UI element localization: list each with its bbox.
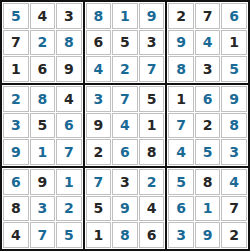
cell-r9c2[interactable]: 7	[30, 222, 56, 248]
cell-r5c3[interactable]: 6	[56, 113, 82, 139]
box-8: 732594186	[85, 168, 166, 249]
cell-r1c3[interactable]: 3	[56, 3, 82, 29]
cell-r4c3[interactable]: 4	[56, 86, 82, 112]
cell-r2c4[interactable]: 6	[86, 30, 112, 56]
cell-r1c9[interactable]: 6	[221, 3, 247, 29]
cell-r5c5[interactable]: 4	[112, 113, 138, 139]
cell-r2c1[interactable]: 7	[3, 30, 29, 56]
cell-r8c4[interactable]: 5	[86, 196, 112, 222]
box-7: 691832475	[2, 168, 83, 249]
cell-r6c7[interactable]: 4	[168, 139, 194, 165]
cell-r8c3[interactable]: 2	[56, 196, 82, 222]
cell-r1c1[interactable]: 5	[3, 3, 29, 29]
cell-r3c8[interactable]: 3	[195, 56, 221, 82]
cell-r6c9[interactable]: 3	[221, 139, 247, 165]
cell-r6c2[interactable]: 1	[30, 139, 56, 165]
cell-r9c6[interactable]: 6	[139, 222, 165, 248]
cell-r3c2[interactable]: 6	[30, 56, 56, 82]
cell-r5c6[interactable]: 1	[139, 113, 165, 139]
cell-r8c7[interactable]: 6	[168, 196, 194, 222]
cell-r3c6[interactable]: 7	[139, 56, 165, 82]
cell-r2c8[interactable]: 4	[195, 30, 221, 56]
cell-r4c7[interactable]: 1	[168, 86, 194, 112]
sudoku-board: 5437281698196534272769418352843569173759…	[0, 0, 250, 251]
cell-r9c3[interactable]: 5	[56, 222, 82, 248]
cell-r9c4[interactable]: 1	[86, 222, 112, 248]
cell-r2c3[interactable]: 8	[56, 30, 82, 56]
cell-r3c3[interactable]: 9	[56, 56, 82, 82]
box-6: 169728453	[167, 85, 248, 166]
box-9: 584617392	[167, 168, 248, 249]
cell-r1c2[interactable]: 4	[30, 3, 56, 29]
cell-r1c4[interactable]: 8	[86, 3, 112, 29]
cell-r6c1[interactable]: 9	[3, 139, 29, 165]
cell-r4c6[interactable]: 5	[139, 86, 165, 112]
cell-r9c5[interactable]: 8	[112, 222, 138, 248]
cell-r1c5[interactable]: 1	[112, 3, 138, 29]
cell-r7c8[interactable]: 8	[195, 169, 221, 195]
cell-r6c5[interactable]: 6	[112, 139, 138, 165]
cell-r7c3[interactable]: 1	[56, 169, 82, 195]
cell-r7c6[interactable]: 2	[139, 169, 165, 195]
cell-r9c9[interactable]: 2	[221, 222, 247, 248]
cell-r7c7[interactable]: 5	[168, 169, 194, 195]
cell-r6c8[interactable]: 5	[195, 139, 221, 165]
cell-r7c1[interactable]: 6	[3, 169, 29, 195]
cell-r2c9[interactable]: 1	[221, 30, 247, 56]
cell-r4c2[interactable]: 8	[30, 86, 56, 112]
box-4: 284356917	[2, 85, 83, 166]
cell-r3c9[interactable]: 5	[221, 56, 247, 82]
cell-r5c8[interactable]: 2	[195, 113, 221, 139]
cell-r5c7[interactable]: 7	[168, 113, 194, 139]
box-1: 543728169	[2, 2, 83, 83]
cell-r9c1[interactable]: 4	[3, 222, 29, 248]
cell-r7c5[interactable]: 3	[112, 169, 138, 195]
cell-r3c5[interactable]: 2	[112, 56, 138, 82]
cell-r4c8[interactable]: 6	[195, 86, 221, 112]
cell-r8c2[interactable]: 3	[30, 196, 56, 222]
cell-r2c6[interactable]: 3	[139, 30, 165, 56]
cell-r7c4[interactable]: 7	[86, 169, 112, 195]
box-2: 819653427	[85, 2, 166, 83]
cell-r6c4[interactable]: 2	[86, 139, 112, 165]
cell-r8c9[interactable]: 7	[221, 196, 247, 222]
cell-r4c4[interactable]: 3	[86, 86, 112, 112]
cell-r8c8[interactable]: 1	[195, 196, 221, 222]
cell-r6c6[interactable]: 8	[139, 139, 165, 165]
cell-r9c7[interactable]: 3	[168, 222, 194, 248]
cell-r5c1[interactable]: 3	[3, 113, 29, 139]
cell-r4c5[interactable]: 7	[112, 86, 138, 112]
cell-r5c2[interactable]: 5	[30, 113, 56, 139]
cell-r2c7[interactable]: 9	[168, 30, 194, 56]
cell-r2c5[interactable]: 5	[112, 30, 138, 56]
cell-r4c1[interactable]: 2	[3, 86, 29, 112]
cell-r3c1[interactable]: 1	[3, 56, 29, 82]
cell-r8c6[interactable]: 4	[139, 196, 165, 222]
cell-r1c6[interactable]: 9	[139, 3, 165, 29]
cell-r7c9[interactable]: 4	[221, 169, 247, 195]
cell-r5c4[interactable]: 9	[86, 113, 112, 139]
cell-r6c3[interactable]: 7	[56, 139, 82, 165]
cell-r2c2[interactable]: 2	[30, 30, 56, 56]
cell-r3c7[interactable]: 8	[168, 56, 194, 82]
cell-r9c8[interactable]: 9	[195, 222, 221, 248]
cell-r1c7[interactable]: 2	[168, 3, 194, 29]
cell-r1c8[interactable]: 7	[195, 3, 221, 29]
box-3: 276941835	[167, 2, 248, 83]
cell-r8c1[interactable]: 8	[3, 196, 29, 222]
cell-r3c4[interactable]: 4	[86, 56, 112, 82]
box-5: 375941268	[85, 85, 166, 166]
cell-r5c9[interactable]: 8	[221, 113, 247, 139]
cell-r8c5[interactable]: 9	[112, 196, 138, 222]
cell-r7c2[interactable]: 9	[30, 169, 56, 195]
cell-r4c9[interactable]: 9	[221, 86, 247, 112]
